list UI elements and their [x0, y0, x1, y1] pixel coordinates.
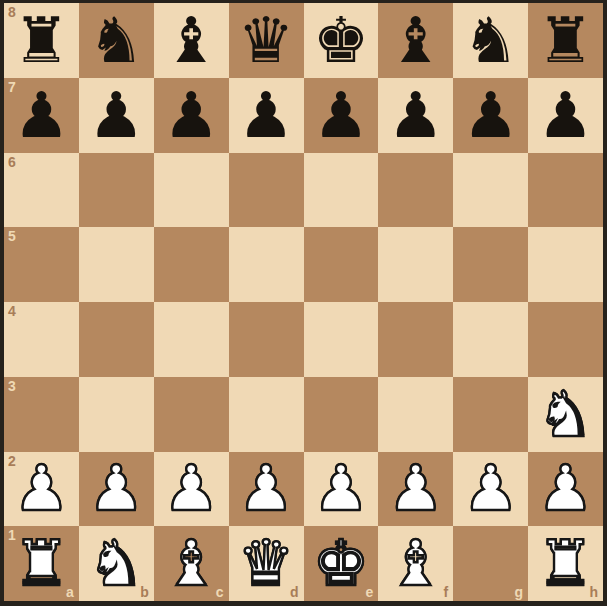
piece-white-pawn[interactable]: ♟ — [537, 457, 593, 520]
square-a4[interactable]: 4 — [4, 302, 79, 377]
square-a2[interactable]: 2♟ — [4, 452, 79, 527]
square-g7[interactable]: ♟ — [453, 78, 528, 153]
square-c2[interactable]: ♟ — [154, 452, 229, 527]
square-a7[interactable]: 7♟ — [4, 78, 79, 153]
square-f1[interactable]: f♝ — [378, 526, 453, 601]
square-c5[interactable] — [154, 227, 229, 302]
piece-black-king[interactable]: ♚ — [313, 9, 369, 72]
square-b8[interactable]: ♞ — [79, 3, 154, 78]
square-f5[interactable] — [378, 227, 453, 302]
square-a3[interactable]: 3 — [4, 377, 79, 452]
square-d4[interactable] — [229, 302, 304, 377]
board-frame: 8♜♞♝♛♚♝♞♜7♟♟♟♟♟♟♟♟6543♞2♟♟♟♟♟♟♟♟1a♜b♞c♝d… — [0, 0, 607, 606]
piece-white-king[interactable]: ♚ — [313, 532, 369, 595]
square-b3[interactable] — [79, 377, 154, 452]
square-c8[interactable]: ♝ — [154, 3, 229, 78]
square-c7[interactable]: ♟ — [154, 78, 229, 153]
square-a6[interactable]: 6 — [4, 153, 79, 228]
square-d1[interactable]: d♛ — [229, 526, 304, 601]
piece-black-pawn[interactable]: ♟ — [88, 84, 144, 147]
file-label-f: f — [444, 585, 449, 599]
square-a8[interactable]: 8♜ — [4, 3, 79, 78]
rank-label-3: 3 — [8, 379, 16, 393]
square-e4[interactable] — [304, 302, 379, 377]
square-g5[interactable] — [453, 227, 528, 302]
square-h8[interactable]: ♜ — [528, 3, 603, 78]
piece-black-rook[interactable]: ♜ — [13, 9, 69, 72]
square-b4[interactable] — [79, 302, 154, 377]
piece-black-pawn[interactable]: ♟ — [13, 84, 69, 147]
piece-black-knight[interactable]: ♞ — [88, 9, 144, 72]
piece-black-bishop[interactable]: ♝ — [388, 9, 444, 72]
square-d7[interactable]: ♟ — [229, 78, 304, 153]
square-g2[interactable]: ♟ — [453, 452, 528, 527]
square-g8[interactable]: ♞ — [453, 3, 528, 78]
square-c1[interactable]: c♝ — [154, 526, 229, 601]
square-f4[interactable] — [378, 302, 453, 377]
piece-black-bishop[interactable]: ♝ — [163, 9, 219, 72]
square-f7[interactable]: ♟ — [378, 78, 453, 153]
piece-black-pawn[interactable]: ♟ — [462, 84, 518, 147]
piece-white-pawn[interactable]: ♟ — [388, 457, 444, 520]
square-d3[interactable] — [229, 377, 304, 452]
square-e3[interactable] — [304, 377, 379, 452]
piece-white-pawn[interactable]: ♟ — [238, 457, 294, 520]
square-e5[interactable] — [304, 227, 379, 302]
piece-white-pawn[interactable]: ♟ — [163, 457, 219, 520]
piece-white-pawn[interactable]: ♟ — [88, 457, 144, 520]
rank-label-5: 5 — [8, 229, 16, 243]
piece-black-pawn[interactable]: ♟ — [163, 84, 219, 147]
file-label-g: g — [515, 585, 524, 599]
piece-white-pawn[interactable]: ♟ — [313, 457, 369, 520]
square-d6[interactable] — [229, 153, 304, 228]
square-b6[interactable] — [79, 153, 154, 228]
piece-white-bishop[interactable]: ♝ — [163, 532, 219, 595]
square-h3[interactable]: ♞ — [528, 377, 603, 452]
square-c4[interactable] — [154, 302, 229, 377]
piece-white-pawn[interactable]: ♟ — [462, 457, 518, 520]
square-h1[interactable]: h♜ — [528, 526, 603, 601]
square-e8[interactable]: ♚ — [304, 3, 379, 78]
square-d5[interactable] — [229, 227, 304, 302]
piece-black-queen[interactable]: ♛ — [238, 9, 294, 72]
piece-black-pawn[interactable]: ♟ — [238, 84, 294, 147]
piece-white-knight[interactable]: ♞ — [537, 383, 593, 446]
square-f2[interactable]: ♟ — [378, 452, 453, 527]
square-h2[interactable]: ♟ — [528, 452, 603, 527]
square-b1[interactable]: b♞ — [79, 526, 154, 601]
piece-white-pawn[interactable]: ♟ — [13, 457, 69, 520]
square-e6[interactable] — [304, 153, 379, 228]
square-h4[interactable] — [528, 302, 603, 377]
square-c6[interactable] — [154, 153, 229, 228]
piece-black-knight[interactable]: ♞ — [462, 9, 518, 72]
square-h5[interactable] — [528, 227, 603, 302]
rank-label-6: 6 — [8, 155, 16, 169]
chess-board: 8♜♞♝♛♚♝♞♜7♟♟♟♟♟♟♟♟6543♞2♟♟♟♟♟♟♟♟1a♜b♞c♝d… — [4, 3, 603, 601]
square-a1[interactable]: 1a♜ — [4, 526, 79, 601]
piece-white-rook[interactable]: ♜ — [13, 532, 69, 595]
square-c3[interactable] — [154, 377, 229, 452]
square-e1[interactable]: e♚ — [304, 526, 379, 601]
piece-black-pawn[interactable]: ♟ — [313, 84, 369, 147]
square-a5[interactable]: 5 — [4, 227, 79, 302]
piece-black-pawn[interactable]: ♟ — [537, 84, 593, 147]
square-h7[interactable]: ♟ — [528, 78, 603, 153]
square-g3[interactable] — [453, 377, 528, 452]
square-b2[interactable]: ♟ — [79, 452, 154, 527]
square-f3[interactable] — [378, 377, 453, 452]
square-g6[interactable] — [453, 153, 528, 228]
square-f8[interactable]: ♝ — [378, 3, 453, 78]
piece-white-queen[interactable]: ♛ — [238, 532, 294, 595]
piece-white-rook[interactable]: ♜ — [537, 532, 593, 595]
square-b7[interactable]: ♟ — [79, 78, 154, 153]
square-g1[interactable]: g — [453, 526, 528, 601]
square-g4[interactable] — [453, 302, 528, 377]
piece-black-pawn[interactable]: ♟ — [388, 84, 444, 147]
square-d8[interactable]: ♛ — [229, 3, 304, 78]
piece-white-bishop[interactable]: ♝ — [388, 532, 444, 595]
square-h6[interactable] — [528, 153, 603, 228]
square-d2[interactable]: ♟ — [229, 452, 304, 527]
square-f6[interactable] — [378, 153, 453, 228]
square-b5[interactable] — [79, 227, 154, 302]
piece-white-knight[interactable]: ♞ — [88, 532, 144, 595]
square-e7[interactable]: ♟ — [304, 78, 379, 153]
rank-label-4: 4 — [8, 304, 16, 318]
piece-black-rook[interactable]: ♜ — [537, 9, 593, 72]
square-e2[interactable]: ♟ — [304, 452, 379, 527]
